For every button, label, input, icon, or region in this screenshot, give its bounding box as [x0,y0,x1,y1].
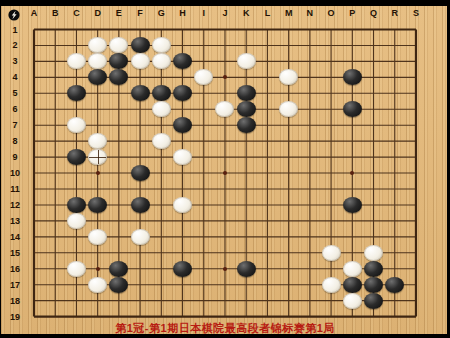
row-label-9: 9 [3,151,27,163]
row-label-18: 18 [3,295,27,307]
stone-black-C9 [67,149,86,165]
column-label-C: C [68,7,84,19]
row-label-11: 11 [3,183,27,195]
stone-black-F5 [131,85,150,101]
caption: 第1冠-第1期日本棋院最高段者锦标赛第1局 [0,321,450,336]
stone-black-P12 [343,197,362,213]
column-label-I: I [196,7,212,19]
row-label-3: 3 [3,55,27,67]
star-point-D10 [96,171,100,175]
column-label-Q: Q [366,7,382,19]
row-label-10: 10 [3,167,27,179]
stone-black-P17 [343,277,362,293]
stone-black-K16 [237,261,256,277]
column-label-O: O [323,7,339,19]
column-label-L: L [259,7,275,19]
star-point-D16 [96,267,100,271]
stone-black-K5 [237,85,256,101]
column-label-M: M [281,7,297,19]
stone-white-O17 [322,277,341,293]
logo-icon [8,7,20,19]
row-label-2: 2 [3,39,27,51]
stone-white-D17 [88,277,107,293]
column-label-J: J [217,7,233,19]
last-move-cross-mark [98,150,99,164]
stone-white-C13 [67,213,86,229]
stone-white-G6 [152,101,171,117]
row-label-1: 1 [3,24,27,36]
stone-black-F2 [131,37,150,53]
stone-white-H9 [173,149,192,165]
stone-black-H16 [173,261,192,277]
stone-black-R17 [385,277,404,293]
stone-black-Q18 [364,293,383,309]
stone-white-P16 [343,261,362,277]
row-label-8: 8 [3,135,27,147]
stone-black-E16 [109,261,128,277]
column-label-D: D [90,7,106,19]
stone-black-K7 [237,117,256,133]
row-label-12: 12 [3,199,27,211]
stone-white-F3 [131,53,150,69]
stone-white-G8 [152,133,171,149]
stone-black-F10 [131,165,150,181]
stone-black-P6 [343,101,362,117]
row-label-17: 17 [3,279,27,291]
row-label-16: 16 [3,263,27,275]
star-point-J16 [223,267,227,271]
stone-white-D14 [88,229,107,245]
stone-black-F12 [131,197,150,213]
column-label-F: F [132,7,148,19]
stone-white-H12 [173,197,192,213]
column-label-A: A [26,7,42,19]
stone-black-D12 [88,197,107,213]
column-label-N: N [302,7,318,19]
go-diagram: ABCDEFGHIJKLMNOPQRS 12345678910111213141… [0,0,450,338]
row-label-6: 6 [3,103,27,115]
stone-black-Q16 [364,261,383,277]
stone-black-Q17 [364,277,383,293]
row-label-5: 5 [3,87,27,99]
stone-white-F14 [131,229,150,245]
row-label-4: 4 [3,71,27,83]
stone-black-K6 [237,101,256,117]
column-label-K: K [238,7,254,19]
column-label-P: P [344,7,360,19]
star-point-J10 [223,171,227,175]
stone-black-E17 [109,277,128,293]
stone-white-P18 [343,293,362,309]
row-label-14: 14 [3,231,27,243]
row-label-15: 15 [3,247,27,259]
row-label-13: 13 [3,215,27,227]
row-label-7: 7 [3,119,27,131]
stone-white-Q15 [364,245,383,261]
column-label-E: E [111,7,127,19]
column-label-G: G [153,7,169,19]
stone-black-C12 [67,197,86,213]
stone-white-C16 [67,261,86,277]
column-label-H: H [175,7,191,19]
column-label-B: B [47,7,63,19]
stone-white-O15 [322,245,341,261]
column-label-S: S [408,7,424,19]
column-label-R: R [387,7,403,19]
